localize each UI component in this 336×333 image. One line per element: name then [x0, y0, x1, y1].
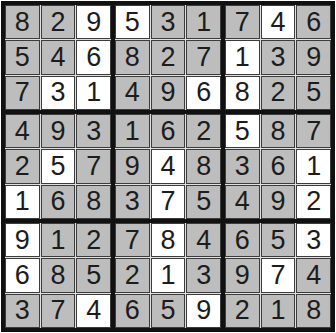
cell-r2c3[interactable]: 6: [76, 40, 111, 74]
sudoku-board: 8295467315318274967461398254932571681629…: [1, 1, 335, 332]
cell-r4c4[interactable]: 1: [115, 114, 150, 148]
cell-r9c7[interactable]: 2: [225, 294, 260, 328]
cell-r2c6[interactable]: 7: [186, 40, 221, 74]
cell-r4c7[interactable]: 5: [225, 114, 260, 148]
cell-r1c6[interactable]: 1: [186, 5, 221, 39]
cell-r1c2[interactable]: 2: [41, 5, 76, 39]
cell-r8c7[interactable]: 9: [225, 258, 260, 292]
cell-r5c3[interactable]: 7: [76, 149, 111, 183]
sudoku-block-8: 784213659: [115, 223, 221, 328]
cell-r1c8[interactable]: 4: [261, 5, 296, 39]
cell-r9c2[interactable]: 7: [41, 294, 76, 328]
cell-r6c2[interactable]: 6: [41, 185, 76, 219]
cell-r7c2[interactable]: 1: [41, 223, 76, 257]
cell-r1c4[interactable]: 5: [115, 5, 150, 39]
cell-r8c3[interactable]: 5: [76, 258, 111, 292]
cell-r6c1[interactable]: 1: [5, 185, 40, 219]
cell-r9c8[interactable]: 1: [261, 294, 296, 328]
sudoku-block-1: 829546731: [5, 5, 111, 110]
sudoku-block-3: 746139825: [225, 5, 331, 110]
cell-r3c1[interactable]: 7: [5, 76, 40, 110]
cell-r1c5[interactable]: 3: [151, 5, 186, 39]
cell-r5c6[interactable]: 8: [186, 149, 221, 183]
cell-r3c6[interactable]: 6: [186, 76, 221, 110]
cell-r8c5[interactable]: 1: [151, 258, 186, 292]
cell-r9c4[interactable]: 6: [115, 294, 150, 328]
cell-r9c9[interactable]: 8: [296, 294, 331, 328]
cell-r3c7[interactable]: 8: [225, 76, 260, 110]
cell-r6c8[interactable]: 9: [261, 185, 296, 219]
cell-r8c6[interactable]: 3: [186, 258, 221, 292]
cell-r6c7[interactable]: 4: [225, 185, 260, 219]
cell-r4c6[interactable]: 2: [186, 114, 221, 148]
cell-r1c3[interactable]: 9: [76, 5, 111, 39]
sudoku-page: 8295467315318274967461398254932571681629…: [0, 0, 336, 333]
cell-r7c1[interactable]: 9: [5, 223, 40, 257]
sudoku-block-9: 653974218: [225, 223, 331, 328]
cell-r4c5[interactable]: 6: [151, 114, 186, 148]
cell-r8c9[interactable]: 4: [296, 258, 331, 292]
cell-r9c5[interactable]: 5: [151, 294, 186, 328]
cell-r3c8[interactable]: 2: [261, 76, 296, 110]
cell-r8c8[interactable]: 7: [261, 258, 296, 292]
cell-r7c4[interactable]: 7: [115, 223, 150, 257]
sudoku-block-4: 493257168: [5, 114, 111, 219]
sudoku-block-7: 912685374: [5, 223, 111, 328]
cell-r3c4[interactable]: 4: [115, 76, 150, 110]
cell-r9c3[interactable]: 4: [76, 294, 111, 328]
cell-r6c9[interactable]: 2: [296, 185, 331, 219]
cell-r4c1[interactable]: 4: [5, 114, 40, 148]
cell-r2c9[interactable]: 9: [296, 40, 331, 74]
cell-r8c1[interactable]: 6: [5, 258, 40, 292]
cell-r2c4[interactable]: 8: [115, 40, 150, 74]
cell-r6c5[interactable]: 7: [151, 185, 186, 219]
cell-r1c1[interactable]: 8: [5, 5, 40, 39]
cell-r5c9[interactable]: 1: [296, 149, 331, 183]
cell-r3c5[interactable]: 9: [151, 76, 186, 110]
cell-r5c5[interactable]: 4: [151, 149, 186, 183]
cell-r3c2[interactable]: 3: [41, 76, 76, 110]
sudoku-block-6: 587361492: [225, 114, 331, 219]
cell-r5c1[interactable]: 2: [5, 149, 40, 183]
cell-r7c3[interactable]: 2: [76, 223, 111, 257]
cell-r7c8[interactable]: 5: [261, 223, 296, 257]
cell-r5c8[interactable]: 6: [261, 149, 296, 183]
cell-r5c2[interactable]: 5: [41, 149, 76, 183]
cell-r1c9[interactable]: 6: [296, 5, 331, 39]
cell-r7c9[interactable]: 3: [296, 223, 331, 257]
sudoku-block-5: 162948375: [115, 114, 221, 219]
cell-r7c5[interactable]: 8: [151, 223, 186, 257]
cell-r2c1[interactable]: 5: [5, 40, 40, 74]
cell-r4c2[interactable]: 9: [41, 114, 76, 148]
cell-r9c1[interactable]: 3: [5, 294, 40, 328]
cell-r4c9[interactable]: 7: [296, 114, 331, 148]
cell-r6c3[interactable]: 8: [76, 185, 111, 219]
cell-r8c4[interactable]: 2: [115, 258, 150, 292]
cell-r3c3[interactable]: 1: [76, 76, 111, 110]
cell-r2c7[interactable]: 1: [225, 40, 260, 74]
cell-r2c5[interactable]: 2: [151, 40, 186, 74]
cell-r5c4[interactable]: 9: [115, 149, 150, 183]
cell-r6c6[interactable]: 5: [186, 185, 221, 219]
cell-r9c6[interactable]: 9: [186, 294, 221, 328]
cell-r6c4[interactable]: 3: [115, 185, 150, 219]
cell-r2c8[interactable]: 3: [261, 40, 296, 74]
cell-r7c7[interactable]: 6: [225, 223, 260, 257]
cell-r1c7[interactable]: 7: [225, 5, 260, 39]
cell-r7c6[interactable]: 4: [186, 223, 221, 257]
cell-r3c9[interactable]: 5: [296, 76, 331, 110]
cell-r4c3[interactable]: 3: [76, 114, 111, 148]
cell-r5c7[interactable]: 3: [225, 149, 260, 183]
sudoku-block-2: 531827496: [115, 5, 221, 110]
cell-r2c2[interactable]: 4: [41, 40, 76, 74]
cell-r8c2[interactable]: 8: [41, 258, 76, 292]
cell-r4c8[interactable]: 8: [261, 114, 296, 148]
